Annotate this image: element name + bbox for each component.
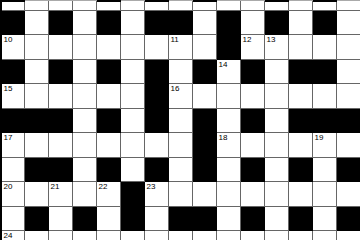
black-cell	[193, 133, 217, 158]
grid-cell[interactable]	[145, 35, 169, 60]
grid-cell[interactable]: 20	[2, 182, 25, 207]
grid-cell[interactable]	[289, 35, 313, 60]
black-cell	[241, 109, 265, 134]
black-cell	[49, 60, 73, 85]
black-cell	[97, 60, 121, 85]
grid-cell[interactable]	[337, 182, 360, 207]
grid-cell[interactable]	[169, 158, 193, 183]
black-cell	[337, 158, 360, 183]
grid-cell[interactable]	[121, 231, 145, 240]
grid-cell[interactable]	[313, 207, 337, 232]
grid-cell[interactable]	[25, 84, 49, 109]
clue-number: 22	[99, 183, 108, 191]
grid-cell[interactable]	[25, 0, 49, 11]
grid-cell[interactable]	[73, 182, 97, 207]
clue-number: 16	[171, 85, 180, 93]
grid-cell[interactable]	[169, 133, 193, 158]
grid-cell[interactable]	[289, 133, 313, 158]
black-cell	[289, 60, 313, 85]
black-cell	[121, 207, 145, 232]
grid-cell[interactable]	[73, 35, 97, 60]
black-cell	[49, 109, 73, 134]
grid-cell[interactable]	[241, 133, 265, 158]
grid-cell[interactable]	[217, 0, 241, 11]
grid-cell[interactable]	[73, 84, 97, 109]
grid-cell[interactable]	[73, 133, 97, 158]
clue-number: 18	[219, 134, 228, 142]
black-cell	[97, 11, 121, 36]
clue-number: 19	[315, 134, 324, 142]
grid-cell[interactable]	[121, 133, 145, 158]
black-cell	[145, 158, 169, 183]
black-cell	[25, 109, 49, 134]
black-cell	[313, 11, 337, 36]
grid-cell[interactable]	[2, 207, 25, 232]
grid-cell[interactable]	[73, 11, 97, 36]
grid-cell[interactable]	[145, 207, 169, 232]
black-cell	[49, 11, 73, 36]
grid-cell[interactable]: 14	[217, 60, 241, 85]
grid-cell[interactable]	[169, 231, 193, 240]
grid-cell[interactable]: 16	[169, 84, 193, 109]
grid-cell[interactable]	[193, 35, 217, 60]
grid-cell[interactable]	[265, 133, 289, 158]
black-cell	[73, 207, 97, 232]
grid-cell[interactable]	[73, 158, 97, 183]
grid-cell[interactable]	[2, 158, 25, 183]
grid-cell[interactable]	[337, 84, 360, 109]
grid-cell[interactable]	[337, 231, 360, 240]
clue-number: 10	[4, 36, 13, 44]
grid-cell[interactable]	[97, 207, 121, 232]
grid-cell[interactable]	[145, 231, 169, 240]
black-cell	[145, 84, 169, 109]
black-cell	[313, 60, 337, 85]
grid-cell[interactable]	[265, 207, 289, 232]
black-cell	[313, 109, 337, 134]
grid-cell[interactable]	[313, 84, 337, 109]
grid-cell[interactable]	[73, 0, 97, 11]
grid-cell[interactable]	[241, 182, 265, 207]
grid-cell[interactable]	[265, 60, 289, 85]
grid-cell[interactable]: 17	[2, 133, 25, 158]
black-cell	[97, 158, 121, 183]
grid-cell[interactable]	[97, 231, 121, 240]
top-edge-line	[0, 0, 360, 1]
grid-cell[interactable]	[337, 35, 360, 60]
black-cell	[265, 11, 289, 36]
grid-cell[interactable]	[289, 0, 313, 11]
clue-number: 21	[51, 183, 60, 191]
grid-cell[interactable]	[265, 109, 289, 134]
clue-number: 17	[4, 134, 13, 142]
black-cell	[121, 182, 145, 207]
black-cell	[337, 109, 360, 134]
black-cell	[193, 207, 217, 232]
black-cell	[289, 207, 313, 232]
grid-cell[interactable]: 21	[49, 182, 73, 207]
grid-cell[interactable]	[241, 231, 265, 240]
grid-cell[interactable]	[49, 0, 73, 11]
grid-cell[interactable]	[289, 84, 313, 109]
black-cell	[145, 11, 169, 36]
black-cell	[241, 60, 265, 85]
grid-cell[interactable]	[337, 60, 360, 85]
clue-number: 11	[171, 36, 179, 44]
grid-cell[interactable]	[121, 11, 145, 36]
grid-cell[interactable]: 24	[2, 231, 25, 240]
clue-number: 15	[4, 85, 13, 93]
grid-cell[interactable]	[169, 0, 193, 11]
black-cell	[289, 158, 313, 183]
black-cell	[241, 158, 265, 183]
black-cell	[169, 11, 193, 36]
grid-cell[interactable]	[121, 109, 145, 134]
black-cell	[193, 60, 217, 85]
grid-cell[interactable]	[241, 0, 265, 11]
black-cell	[25, 158, 49, 183]
grid-cell[interactable]	[169, 109, 193, 134]
black-cell	[193, 109, 217, 134]
black-cell	[169, 207, 193, 232]
black-cell	[97, 109, 121, 134]
black-cell	[217, 35, 241, 60]
grid-cell[interactable]	[217, 109, 241, 134]
top-edge-black-sliver	[265, 0, 289, 2]
grid-cell[interactable]	[337, 0, 360, 11]
clue-number: 14	[219, 61, 228, 69]
grid-cell[interactable]	[25, 60, 49, 85]
grid-cell[interactable]	[169, 60, 193, 85]
grid-cell[interactable]	[337, 133, 360, 158]
grid-cell[interactable]	[25, 11, 49, 36]
black-cell	[49, 158, 73, 183]
black-cell	[25, 207, 49, 232]
grid-cell[interactable]	[217, 158, 241, 183]
grid-cell[interactable]	[49, 35, 73, 60]
grid-cell[interactable]	[193, 231, 217, 240]
black-cell	[217, 11, 241, 36]
grid-cell[interactable]	[121, 84, 145, 109]
grid-cell[interactable]	[73, 60, 97, 85]
grid-cell[interactable]: 23	[145, 182, 169, 207]
grid-cell[interactable]	[25, 231, 49, 240]
grid-cell[interactable]	[145, 133, 169, 158]
black-cell	[241, 207, 265, 232]
black-cell	[193, 158, 217, 183]
grid-cell[interactable]: 15	[2, 84, 25, 109]
black-cell	[2, 11, 25, 36]
grid-cell[interactable]	[241, 84, 265, 109]
grid-cell[interactable]	[217, 84, 241, 109]
grid-cell[interactable]	[73, 109, 97, 134]
grid-cell[interactable]	[193, 182, 217, 207]
grid-cell[interactable]	[49, 231, 73, 240]
grid-cell[interactable]	[193, 84, 217, 109]
grid-cell[interactable]	[25, 35, 49, 60]
grid-cell[interactable]	[265, 158, 289, 183]
black-cell	[145, 109, 169, 134]
grid-cell[interactable]	[289, 182, 313, 207]
grid-cell[interactable]	[25, 133, 49, 158]
grid-cell[interactable]	[265, 231, 289, 240]
grid-cell[interactable]: 12	[241, 35, 265, 60]
clue-number: 24	[4, 232, 13, 240]
grid-cell[interactable]: 19	[313, 133, 337, 158]
clue-number: 13	[267, 36, 276, 44]
grid-cell[interactable]	[121, 60, 145, 85]
grid-cell[interactable]	[97, 133, 121, 158]
top-edge-black-sliver	[0, 0, 25, 2]
black-cell	[2, 60, 25, 85]
grid-cell[interactable]	[121, 0, 145, 11]
grid-cell[interactable]: 10	[2, 35, 25, 60]
top-edge-black-sliver	[145, 0, 169, 2]
grid-cell[interactable]	[289, 11, 313, 36]
grid-cell[interactable]: 22	[97, 182, 121, 207]
grid-cell[interactable]	[217, 182, 241, 207]
black-cell	[337, 207, 360, 232]
grid-cell[interactable]	[265, 182, 289, 207]
grid-cell[interactable]	[337, 11, 360, 36]
black-cell	[2, 109, 25, 134]
top-edge-black-sliver	[193, 0, 217, 2]
grid-cell[interactable]	[49, 133, 73, 158]
grid-cell[interactable]	[121, 158, 145, 183]
grid-cell[interactable]	[313, 158, 337, 183]
grid-cell[interactable]	[313, 35, 337, 60]
grid-cell[interactable]	[49, 84, 73, 109]
crossword-grid: 101112131415161718192021222324	[0, 0, 360, 240]
top-edge-black-sliver	[97, 0, 121, 2]
grid-cell[interactable]	[313, 182, 337, 207]
grid-cell[interactable]	[97, 35, 121, 60]
grid-cell[interactable]	[313, 231, 337, 240]
grid-cell[interactable]	[217, 231, 241, 240]
top-edge-black-sliver	[313, 0, 337, 2]
grid-cell[interactable]	[217, 207, 241, 232]
clue-number: 20	[4, 183, 13, 191]
grid-cell[interactable]	[241, 11, 265, 36]
grid-cell[interactable]	[97, 84, 121, 109]
grid-cell[interactable]	[49, 207, 73, 232]
grid-cell[interactable]: 18	[217, 133, 241, 158]
clue-number: 12	[243, 36, 252, 44]
grid-cell[interactable]	[121, 35, 145, 60]
grid-cell[interactable]	[289, 231, 313, 240]
grid-cell[interactable]	[193, 11, 217, 36]
black-cell	[289, 109, 313, 134]
grid-cell[interactable]: 13	[265, 35, 289, 60]
black-cell	[145, 60, 169, 85]
grid-cell[interactable]	[25, 182, 49, 207]
grid-cell[interactable]	[265, 84, 289, 109]
clue-number: 23	[147, 183, 156, 191]
grid-cell[interactable]	[169, 182, 193, 207]
grid-cell[interactable]: 11	[169, 35, 193, 60]
grid-cell[interactable]	[73, 231, 97, 240]
